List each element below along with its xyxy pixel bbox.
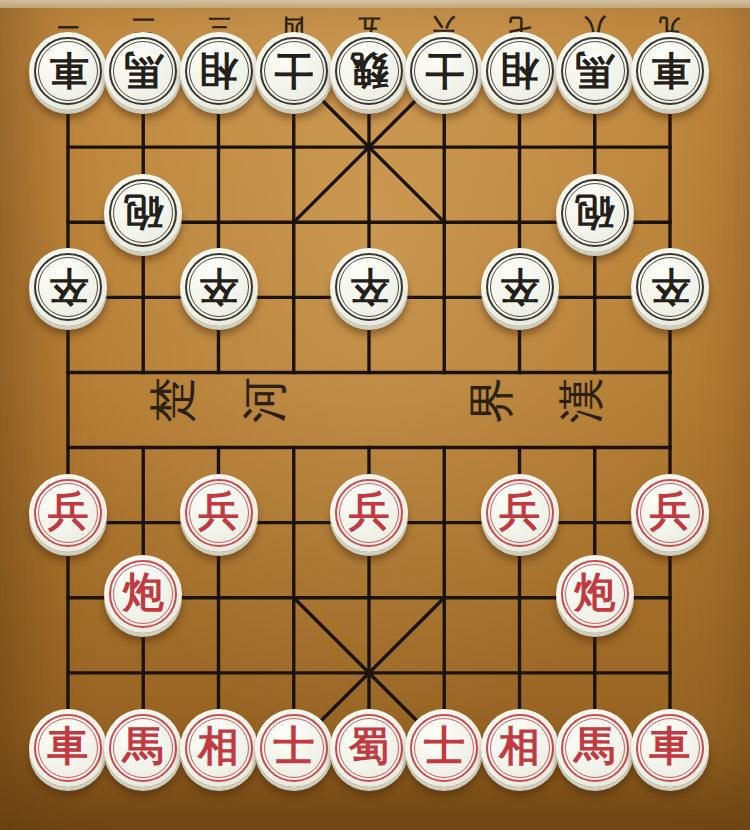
piece-glyph: 兵 bbox=[198, 491, 239, 532]
piece-red-elephant[interactable]: 相 bbox=[180, 709, 258, 787]
piece-glyph: 卒 bbox=[49, 267, 88, 306]
piece-glyph: 士 bbox=[274, 51, 313, 90]
piece-black-soldier[interactable]: 卒 bbox=[481, 248, 559, 326]
piece-black-general[interactable]: 魏 bbox=[330, 32, 408, 110]
piece-glyph: 相 bbox=[500, 51, 539, 90]
piece-red-general[interactable]: 蜀 bbox=[330, 709, 408, 787]
piece-red-advisor[interactable]: 士 bbox=[255, 709, 333, 787]
xiangqi-board-photo: 楚河界漢一二三四五六七八九 車馬相士魏士相馬車砲砲卒卒卒卒卒兵兵兵兵兵炮炮車馬相… bbox=[0, 0, 750, 830]
piece-red-cannon[interactable]: 炮 bbox=[104, 555, 182, 633]
piece-black-chariot[interactable]: 車 bbox=[29, 32, 107, 110]
piece-glyph: 相 bbox=[499, 726, 540, 767]
piece-glyph: 士 bbox=[424, 726, 465, 767]
piece-red-elephant[interactable]: 相 bbox=[481, 709, 559, 787]
piece-red-horse[interactable]: 馬 bbox=[104, 709, 182, 787]
piece-red-soldier[interactable]: 兵 bbox=[481, 474, 559, 552]
piece-glyph: 車 bbox=[650, 726, 691, 767]
piece-glyph: 士 bbox=[425, 51, 464, 90]
piece-glyph: 卒 bbox=[500, 267, 539, 306]
piece-red-chariot[interactable]: 車 bbox=[29, 709, 107, 787]
piece-red-soldier[interactable]: 兵 bbox=[631, 474, 709, 552]
piece-glyph: 車 bbox=[651, 51, 690, 90]
piece-red-horse[interactable]: 馬 bbox=[556, 709, 634, 787]
river-text-char: 楚 bbox=[150, 377, 196, 423]
piece-glyph: 卒 bbox=[651, 267, 690, 306]
piece-black-cannon[interactable]: 砲 bbox=[556, 174, 634, 252]
piece-glyph: 卒 bbox=[350, 267, 389, 306]
piece-glyph: 炮 bbox=[574, 572, 615, 613]
piece-red-cannon[interactable]: 炮 bbox=[556, 555, 634, 633]
river-text-char: 界 bbox=[469, 377, 515, 423]
piece-glyph: 車 bbox=[48, 726, 89, 767]
piece-black-cannon[interactable]: 砲 bbox=[104, 174, 182, 252]
piece-red-chariot[interactable]: 車 bbox=[631, 709, 709, 787]
piece-black-elephant[interactable]: 相 bbox=[180, 32, 258, 110]
piece-black-soldier[interactable]: 卒 bbox=[330, 248, 408, 326]
piece-glyph: 馬 bbox=[575, 51, 614, 90]
piece-black-advisor[interactable]: 士 bbox=[405, 32, 483, 110]
river-text-char: 漢 bbox=[559, 377, 605, 423]
piece-black-soldier[interactable]: 卒 bbox=[180, 248, 258, 326]
piece-red-soldier[interactable]: 兵 bbox=[330, 474, 408, 552]
piece-black-chariot[interactable]: 車 bbox=[631, 32, 709, 110]
piece-black-soldier[interactable]: 卒 bbox=[631, 248, 709, 326]
piece-red-advisor[interactable]: 士 bbox=[405, 709, 483, 787]
piece-red-soldier[interactable]: 兵 bbox=[180, 474, 258, 552]
piece-glyph: 炮 bbox=[123, 572, 164, 613]
piece-glyph: 魏 bbox=[350, 51, 389, 90]
board-grid bbox=[0, 0, 750, 830]
piece-glyph: 馬 bbox=[124, 51, 163, 90]
piece-glyph: 馬 bbox=[574, 726, 615, 767]
piece-glyph: 相 bbox=[198, 726, 239, 767]
piece-black-elephant[interactable]: 相 bbox=[481, 32, 559, 110]
piece-red-soldier[interactable]: 兵 bbox=[29, 474, 107, 552]
piece-glyph: 車 bbox=[49, 51, 88, 90]
piece-glyph: 砲 bbox=[124, 193, 163, 232]
river-text-char: 河 bbox=[242, 377, 288, 423]
piece-glyph: 相 bbox=[199, 51, 238, 90]
piece-glyph: 砲 bbox=[575, 193, 614, 232]
piece-glyph: 卒 bbox=[199, 267, 238, 306]
piece-glyph: 馬 bbox=[123, 726, 164, 767]
piece-glyph: 兵 bbox=[349, 491, 390, 532]
piece-glyph: 兵 bbox=[48, 491, 89, 532]
piece-glyph: 兵 bbox=[650, 491, 691, 532]
piece-black-soldier[interactable]: 卒 bbox=[29, 248, 107, 326]
piece-glyph: 兵 bbox=[499, 491, 540, 532]
piece-glyph: 士 bbox=[273, 726, 314, 767]
piece-black-horse[interactable]: 馬 bbox=[556, 32, 634, 110]
piece-glyph: 蜀 bbox=[349, 726, 390, 767]
piece-black-horse[interactable]: 馬 bbox=[104, 32, 182, 110]
piece-black-advisor[interactable]: 士 bbox=[255, 32, 333, 110]
